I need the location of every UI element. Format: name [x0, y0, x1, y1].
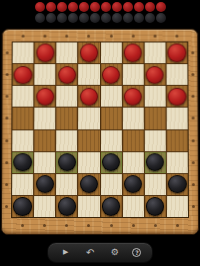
black-piece[interactable] [36, 175, 54, 193]
dark-square[interactable] [166, 42, 187, 63]
tray-black-piece [57, 13, 67, 23]
black-piece[interactable] [168, 175, 186, 193]
frame-nail [154, 224, 157, 227]
light-square [12, 174, 33, 195]
frame-nail [21, 224, 24, 227]
red-piece[interactable] [168, 88, 186, 106]
dark-square[interactable] [78, 130, 99, 151]
dark-square[interactable] [56, 152, 77, 173]
frame-nail [21, 34, 24, 37]
dark-square[interactable] [122, 42, 143, 63]
light-square [34, 108, 55, 129]
frame-nail [5, 205, 8, 208]
tray-red-piece [156, 2, 166, 12]
black-pieces-tray [35, 13, 166, 23]
dark-square[interactable] [78, 174, 99, 195]
light-square [12, 130, 33, 151]
tray-red-piece [46, 2, 56, 12]
dark-square[interactable] [122, 86, 143, 107]
dark-square[interactable] [12, 152, 33, 173]
black-piece[interactable] [14, 153, 32, 171]
red-piece[interactable] [14, 66, 32, 84]
frame-nail [192, 139, 195, 142]
light-square [78, 152, 99, 173]
light-square [122, 64, 143, 85]
dark-square[interactable] [78, 86, 99, 107]
undo-button[interactable]: ↶ [83, 246, 97, 260]
red-piece[interactable] [58, 66, 76, 84]
frame-nail [87, 34, 90, 37]
red-piece[interactable] [36, 88, 54, 106]
frame-nail [87, 224, 90, 227]
frame-nail [5, 117, 8, 120]
frame-nail [5, 51, 8, 54]
light-square [167, 108, 188, 129]
frame-nail [176, 34, 179, 37]
frame-nail [192, 161, 195, 164]
black-piece[interactable] [58, 197, 76, 215]
dark-square[interactable] [35, 42, 56, 63]
tray-black-piece [46, 13, 56, 23]
black-piece[interactable] [102, 197, 120, 215]
tray-black-piece [123, 13, 133, 23]
red-piece[interactable] [36, 44, 54, 62]
tray-red-piece [68, 2, 78, 12]
black-piece[interactable] [80, 175, 98, 193]
board-frame [1, 29, 199, 235]
light-square [78, 196, 99, 217]
red-piece[interactable] [168, 44, 186, 62]
light-square [145, 130, 166, 151]
red-piece[interactable] [146, 66, 164, 84]
tray-red-piece [145, 2, 155, 12]
frame-nail [132, 224, 135, 227]
light-square [144, 86, 165, 107]
dark-square[interactable] [167, 174, 188, 195]
light-square [167, 152, 188, 173]
dark-square[interactable] [12, 108, 33, 129]
frame-nail [5, 161, 8, 164]
dark-square[interactable] [57, 64, 78, 85]
tray-black-piece [68, 13, 78, 23]
dark-square[interactable] [56, 108, 77, 129]
light-square [57, 42, 78, 63]
tray-black-piece [90, 13, 100, 23]
settings-button[interactable]: ⚙ [108, 246, 122, 260]
light-square [123, 152, 144, 173]
dark-square[interactable] [13, 64, 34, 85]
dark-square[interactable] [123, 130, 144, 151]
dark-square[interactable] [79, 42, 100, 63]
frame-nail [192, 205, 195, 208]
frame-nail [43, 224, 46, 227]
help-button[interactable]: ? [132, 248, 141, 257]
black-piece[interactable] [124, 175, 142, 193]
light-square [12, 86, 33, 107]
tray-red-piece [90, 2, 100, 12]
dark-square[interactable] [34, 174, 55, 195]
light-square [123, 196, 144, 217]
dark-square[interactable] [166, 86, 187, 107]
light-square [34, 152, 55, 173]
frame-nail [192, 117, 195, 120]
light-square [13, 42, 34, 63]
tray-black-piece [79, 13, 89, 23]
light-square [79, 64, 100, 85]
red-pieces-tray [35, 2, 166, 12]
frame-nail [5, 95, 8, 98]
light-square [56, 86, 77, 107]
tray-black-piece [156, 13, 166, 23]
tray-red-piece [101, 2, 111, 12]
light-square [35, 64, 56, 85]
frame-nail [192, 95, 195, 98]
frame-nail [132, 34, 135, 37]
light-square [34, 196, 55, 217]
light-square [56, 130, 77, 151]
dark-square[interactable] [144, 64, 165, 85]
black-piece[interactable] [146, 197, 164, 215]
black-piece[interactable] [102, 153, 120, 171]
play-button[interactable]: ▶ [59, 246, 73, 260]
frame-nail [5, 139, 8, 142]
red-piece[interactable] [124, 44, 142, 62]
tray-red-piece [123, 2, 133, 12]
checkers-board [11, 41, 189, 218]
light-square [167, 196, 188, 217]
frame-nail [110, 34, 113, 37]
frame-nail [110, 224, 113, 227]
frame-nail [5, 73, 8, 76]
piece-trays [0, 2, 200, 23]
red-piece[interactable] [80, 44, 98, 62]
frame-nail [192, 183, 195, 186]
tray-red-piece [57, 2, 67, 12]
light-square [78, 108, 99, 129]
frame-nail [176, 224, 179, 227]
red-piece[interactable] [80, 88, 98, 106]
light-square [100, 130, 121, 151]
light-square [144, 42, 165, 63]
frame-nail [154, 34, 157, 37]
dark-square[interactable] [12, 196, 33, 217]
light-square [100, 174, 121, 195]
frame-nail [5, 183, 8, 186]
light-square [100, 42, 121, 63]
toolbar: ▶ ↶ ⚙ ? [47, 242, 153, 263]
dark-square[interactable] [167, 130, 188, 151]
tray-red-piece [79, 2, 89, 12]
tray-black-piece [101, 13, 111, 23]
light-square [123, 108, 144, 129]
frame-nail [65, 224, 68, 227]
dark-square[interactable] [56, 196, 77, 217]
tray-red-piece [112, 2, 122, 12]
light-square [56, 174, 77, 195]
frame-nail [65, 34, 68, 37]
dark-square[interactable] [123, 174, 144, 195]
light-square [166, 64, 187, 85]
tray-red-piece [134, 2, 144, 12]
dark-square[interactable] [145, 196, 166, 217]
red-piece[interactable] [124, 88, 142, 106]
dark-square[interactable] [100, 152, 121, 173]
tray-black-piece [35, 13, 45, 23]
dark-square[interactable] [100, 64, 121, 85]
black-piece[interactable] [13, 197, 31, 215]
red-piece[interactable] [102, 66, 120, 84]
light-square [100, 86, 121, 107]
tray-black-piece [145, 13, 155, 23]
frame-nail [191, 51, 194, 54]
dark-square[interactable] [145, 108, 166, 129]
tray-black-piece [134, 13, 144, 23]
dark-square[interactable] [100, 196, 121, 217]
dark-square[interactable] [145, 152, 166, 173]
frame-nail [43, 34, 46, 37]
tray-red-piece [35, 2, 45, 12]
tray-black-piece [112, 13, 122, 23]
light-square [145, 174, 166, 195]
dark-square[interactable] [100, 108, 121, 129]
frame-nail [191, 73, 194, 76]
dark-square[interactable] [34, 86, 55, 107]
black-piece[interactable] [146, 153, 164, 171]
dark-square[interactable] [34, 130, 55, 151]
black-piece[interactable] [58, 153, 76, 171]
